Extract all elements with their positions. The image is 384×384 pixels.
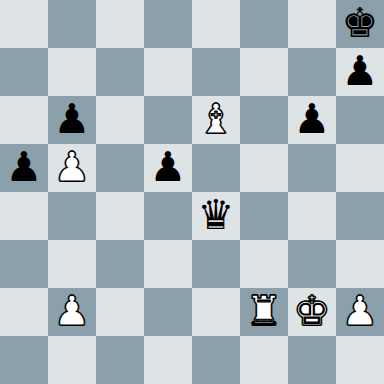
black-king[interactable]: ♚ — [336, 0, 384, 48]
black-pawn[interactable]: ♟ — [288, 96, 336, 144]
square-a4[interactable] — [0, 192, 48, 240]
square-g6[interactable]: ♟ — [288, 96, 336, 144]
square-a2[interactable] — [0, 288, 48, 336]
black-pawn[interactable]: ♟ — [0, 144, 48, 192]
square-b5[interactable]: ♟ — [48, 144, 96, 192]
square-d5[interactable]: ♟ — [144, 144, 192, 192]
square-c5[interactable] — [96, 144, 144, 192]
square-c8[interactable] — [96, 0, 144, 48]
square-c7[interactable] — [96, 48, 144, 96]
square-g3[interactable] — [288, 240, 336, 288]
square-g7[interactable] — [288, 48, 336, 96]
square-e8[interactable] — [192, 0, 240, 48]
square-h4[interactable] — [336, 192, 384, 240]
square-f1[interactable] — [240, 336, 288, 384]
square-h2[interactable]: ♟ — [336, 288, 384, 336]
square-h8[interactable]: ♚ — [336, 0, 384, 48]
square-a6[interactable] — [0, 96, 48, 144]
square-c4[interactable] — [96, 192, 144, 240]
square-b1[interactable] — [48, 336, 96, 384]
square-e5[interactable] — [192, 144, 240, 192]
chess-board: ♚♟♟♝♟♟♟♟♛♟♜♚♟ — [0, 0, 384, 384]
square-g5[interactable] — [288, 144, 336, 192]
white-rook[interactable]: ♜ — [240, 288, 288, 336]
square-g4[interactable] — [288, 192, 336, 240]
square-b2[interactable]: ♟ — [48, 288, 96, 336]
square-d4[interactable] — [144, 192, 192, 240]
square-e4[interactable]: ♛ — [192, 192, 240, 240]
square-b7[interactable] — [48, 48, 96, 96]
square-f4[interactable] — [240, 192, 288, 240]
square-h3[interactable] — [336, 240, 384, 288]
square-h7[interactable]: ♟ — [336, 48, 384, 96]
square-f2[interactable]: ♜ — [240, 288, 288, 336]
square-d6[interactable] — [144, 96, 192, 144]
square-e6[interactable]: ♝ — [192, 96, 240, 144]
square-c2[interactable] — [96, 288, 144, 336]
square-d7[interactable] — [144, 48, 192, 96]
square-h5[interactable] — [336, 144, 384, 192]
square-f8[interactable] — [240, 0, 288, 48]
square-e1[interactable] — [192, 336, 240, 384]
square-a3[interactable] — [0, 240, 48, 288]
square-g8[interactable] — [288, 0, 336, 48]
square-f7[interactable] — [240, 48, 288, 96]
square-e2[interactable] — [192, 288, 240, 336]
white-king[interactable]: ♚ — [288, 288, 336, 336]
black-queen[interactable]: ♛ — [192, 192, 240, 240]
black-pawn[interactable]: ♟ — [144, 144, 192, 192]
square-h1[interactable] — [336, 336, 384, 384]
square-d8[interactable] — [144, 0, 192, 48]
square-f6[interactable] — [240, 96, 288, 144]
square-b8[interactable] — [48, 0, 96, 48]
square-b6[interactable]: ♟ — [48, 96, 96, 144]
white-pawn[interactable]: ♟ — [48, 288, 96, 336]
square-c3[interactable] — [96, 240, 144, 288]
square-g1[interactable] — [288, 336, 336, 384]
square-a7[interactable] — [0, 48, 48, 96]
white-bishop[interactable]: ♝ — [192, 96, 240, 144]
square-d2[interactable] — [144, 288, 192, 336]
black-pawn[interactable]: ♟ — [48, 96, 96, 144]
square-g2[interactable]: ♚ — [288, 288, 336, 336]
white-pawn[interactable]: ♟ — [48, 144, 96, 192]
square-d1[interactable] — [144, 336, 192, 384]
square-a8[interactable] — [0, 0, 48, 48]
square-c1[interactable] — [96, 336, 144, 384]
square-e3[interactable] — [192, 240, 240, 288]
square-d3[interactable] — [144, 240, 192, 288]
square-a5[interactable]: ♟ — [0, 144, 48, 192]
white-pawn[interactable]: ♟ — [336, 288, 384, 336]
square-c6[interactable] — [96, 96, 144, 144]
square-b3[interactable] — [48, 240, 96, 288]
square-f3[interactable] — [240, 240, 288, 288]
square-h6[interactable] — [336, 96, 384, 144]
square-a1[interactable] — [0, 336, 48, 384]
square-f5[interactable] — [240, 144, 288, 192]
square-e7[interactable] — [192, 48, 240, 96]
black-pawn[interactable]: ♟ — [336, 48, 384, 96]
square-b4[interactable] — [48, 192, 96, 240]
